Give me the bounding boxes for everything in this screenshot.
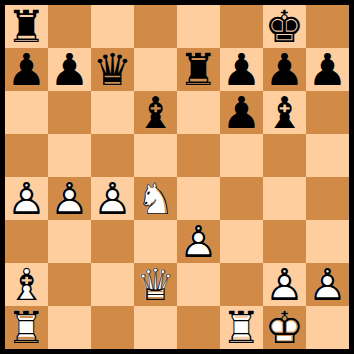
piece-outline-layer: ♙ xyxy=(263,263,306,306)
square-b7[interactable]: ♟ xyxy=(48,48,91,91)
square-b5[interactable] xyxy=(48,134,91,177)
square-b2[interactable] xyxy=(48,263,91,306)
white-rook[interactable]: ♜♖ xyxy=(5,306,48,349)
white-king[interactable]: ♚♔ xyxy=(263,306,306,349)
white-pawn[interactable]: ♟♙ xyxy=(91,177,134,220)
black-king[interactable]: ♚ xyxy=(263,5,306,48)
piece-fill-layer: ♟ xyxy=(91,177,134,220)
piece-fill-layer: ♜ xyxy=(5,306,48,349)
piece-outline-layer: ♖ xyxy=(220,306,263,349)
piece-fill-layer: ♟ xyxy=(48,48,91,91)
square-g8[interactable]: ♚ xyxy=(263,5,306,48)
piece-outline-layer: ♙ xyxy=(306,263,349,306)
square-f7[interactable]: ♟ xyxy=(220,48,263,91)
square-d8[interactable] xyxy=(134,5,177,48)
piece-outline-layer: ♖ xyxy=(5,306,48,349)
square-a5[interactable] xyxy=(5,134,48,177)
black-bishop[interactable]: ♝ xyxy=(134,91,177,134)
square-c8[interactable] xyxy=(91,5,134,48)
piece-fill-layer: ♟ xyxy=(263,263,306,306)
white-pawn[interactable]: ♟♙ xyxy=(5,177,48,220)
square-h6[interactable] xyxy=(306,91,349,134)
piece-fill-layer: ♜ xyxy=(177,48,220,91)
white-rook[interactable]: ♜♖ xyxy=(220,306,263,349)
square-h3[interactable] xyxy=(306,220,349,263)
square-g6[interactable]: ♝ xyxy=(263,91,306,134)
black-bishop[interactable]: ♝ xyxy=(263,91,306,134)
chess-board: ♜♚♟♟♛♜♟♟♟♝♟♝♟♙♟♙♟♙♞♘♟♙♝♗♛♕♟♙♟♙♜♖♜♖♚♔ xyxy=(5,5,349,349)
black-rook[interactable]: ♜ xyxy=(5,5,48,48)
square-g4[interactable] xyxy=(263,177,306,220)
black-pawn[interactable]: ♟ xyxy=(48,48,91,91)
square-h2[interactable]: ♟♙ xyxy=(306,263,349,306)
square-a2[interactable]: ♝♗ xyxy=(5,263,48,306)
piece-outline-layer: ♗ xyxy=(5,263,48,306)
square-b4[interactable]: ♟♙ xyxy=(48,177,91,220)
square-e8[interactable] xyxy=(177,5,220,48)
white-queen[interactable]: ♛♕ xyxy=(134,263,177,306)
square-c4[interactable]: ♟♙ xyxy=(91,177,134,220)
piece-fill-layer: ♟ xyxy=(48,177,91,220)
square-c6[interactable] xyxy=(91,91,134,134)
black-rook[interactable]: ♜ xyxy=(177,48,220,91)
white-pawn[interactable]: ♟♙ xyxy=(306,263,349,306)
square-e2[interactable] xyxy=(177,263,220,306)
square-d6[interactable]: ♝ xyxy=(134,91,177,134)
square-c3[interactable] xyxy=(91,220,134,263)
piece-fill-layer: ♛ xyxy=(134,263,177,306)
black-pawn[interactable]: ♟ xyxy=(306,48,349,91)
piece-fill-layer: ♟ xyxy=(306,263,349,306)
square-b6[interactable] xyxy=(48,91,91,134)
piece-outline-layer: ♙ xyxy=(177,220,220,263)
square-e1[interactable] xyxy=(177,306,220,349)
piece-fill-layer: ♟ xyxy=(177,220,220,263)
piece-fill-layer: ♜ xyxy=(220,306,263,349)
square-a8[interactable]: ♜ xyxy=(5,5,48,48)
square-a7[interactable]: ♟ xyxy=(5,48,48,91)
square-c7[interactable]: ♛ xyxy=(91,48,134,91)
piece-fill-layer: ♛ xyxy=(91,48,134,91)
black-pawn[interactable]: ♟ xyxy=(220,48,263,91)
piece-fill-layer: ♚ xyxy=(263,306,306,349)
piece-outline-layer: ♔ xyxy=(263,306,306,349)
square-e5[interactable] xyxy=(177,134,220,177)
piece-fill-layer: ♝ xyxy=(263,91,306,134)
white-pawn[interactable]: ♟♙ xyxy=(263,263,306,306)
piece-fill-layer: ♟ xyxy=(263,48,306,91)
square-f3[interactable] xyxy=(220,220,263,263)
white-bishop[interactable]: ♝♗ xyxy=(5,263,48,306)
piece-outline-layer: ♙ xyxy=(48,177,91,220)
square-e7[interactable]: ♜ xyxy=(177,48,220,91)
piece-fill-layer: ♜ xyxy=(5,5,48,48)
piece-fill-layer: ♝ xyxy=(5,263,48,306)
piece-fill-layer: ♝ xyxy=(134,91,177,134)
black-queen[interactable]: ♛ xyxy=(91,48,134,91)
chess-board-frame: ♜♚♟♟♛♜♟♟♟♝♟♝♟♙♟♙♟♙♞♘♟♙♝♗♛♕♟♙♟♙♜♖♜♖♚♔ xyxy=(0,0,354,354)
square-f4[interactable] xyxy=(220,177,263,220)
piece-fill-layer: ♞ xyxy=(134,177,177,220)
black-pawn[interactable]: ♟ xyxy=(5,48,48,91)
square-h1[interactable] xyxy=(306,306,349,349)
piece-fill-layer: ♟ xyxy=(5,177,48,220)
square-h4[interactable] xyxy=(306,177,349,220)
square-d4[interactable]: ♞♘ xyxy=(134,177,177,220)
square-f1[interactable]: ♜♖ xyxy=(220,306,263,349)
square-a1[interactable]: ♜♖ xyxy=(5,306,48,349)
square-g5[interactable] xyxy=(263,134,306,177)
square-h7[interactable]: ♟ xyxy=(306,48,349,91)
square-f8[interactable] xyxy=(220,5,263,48)
square-c2[interactable] xyxy=(91,263,134,306)
piece-outline-layer: ♙ xyxy=(5,177,48,220)
square-a4[interactable]: ♟♙ xyxy=(5,177,48,220)
square-e4[interactable] xyxy=(177,177,220,220)
square-a6[interactable] xyxy=(5,91,48,134)
square-d3[interactable] xyxy=(134,220,177,263)
square-f5[interactable] xyxy=(220,134,263,177)
square-d7[interactable] xyxy=(134,48,177,91)
square-d2[interactable]: ♛♕ xyxy=(134,263,177,306)
piece-fill-layer: ♟ xyxy=(220,91,263,134)
square-g2[interactable]: ♟♙ xyxy=(263,263,306,306)
square-f6[interactable]: ♟ xyxy=(220,91,263,134)
square-h8[interactable] xyxy=(306,5,349,48)
square-e6[interactable] xyxy=(177,91,220,134)
piece-fill-layer: ♟ xyxy=(306,48,349,91)
square-b3[interactable] xyxy=(48,220,91,263)
piece-fill-layer: ♟ xyxy=(220,48,263,91)
piece-outline-layer: ♕ xyxy=(134,263,177,306)
square-h5[interactable] xyxy=(306,134,349,177)
square-f2[interactable] xyxy=(220,263,263,306)
square-g1[interactable]: ♚♔ xyxy=(263,306,306,349)
white-pawn[interactable]: ♟♙ xyxy=(48,177,91,220)
square-d5[interactable] xyxy=(134,134,177,177)
black-pawn[interactable]: ♟ xyxy=(220,91,263,134)
piece-outline-layer: ♙ xyxy=(91,177,134,220)
square-b1[interactable] xyxy=(48,306,91,349)
square-d1[interactable] xyxy=(134,306,177,349)
square-g7[interactable]: ♟ xyxy=(263,48,306,91)
piece-fill-layer: ♟ xyxy=(5,48,48,91)
black-pawn[interactable]: ♟ xyxy=(263,48,306,91)
square-c1[interactable] xyxy=(91,306,134,349)
piece-fill-layer: ♚ xyxy=(263,5,306,48)
white-knight[interactable]: ♞♘ xyxy=(134,177,177,220)
white-pawn[interactable]: ♟♙ xyxy=(177,220,220,263)
square-e3[interactable]: ♟♙ xyxy=(177,220,220,263)
piece-outline-layer: ♘ xyxy=(134,177,177,220)
square-b8[interactable] xyxy=(48,5,91,48)
square-c5[interactable] xyxy=(91,134,134,177)
square-g3[interactable] xyxy=(263,220,306,263)
square-a3[interactable] xyxy=(5,220,48,263)
